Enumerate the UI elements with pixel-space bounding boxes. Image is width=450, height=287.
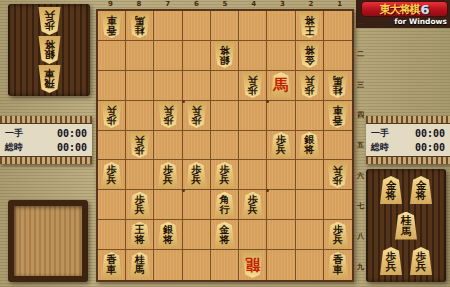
square-8h[interactable]: 王将	[126, 220, 154, 250]
square-9g[interactable]	[98, 190, 126, 220]
square-1h[interactable]: 歩兵	[324, 220, 352, 250]
square-7i[interactable]	[154, 250, 182, 280]
piece-kanji: 香	[107, 25, 117, 35]
piece-桂馬-gote[interactable]: 桂馬	[128, 12, 151, 38]
piece-kanji: 兵	[248, 75, 258, 85]
square-6b[interactable]	[183, 41, 211, 71]
piece-王将-gote[interactable]: 王将	[298, 12, 321, 38]
square-8e[interactable]: 歩兵	[126, 131, 154, 161]
rank-label-6: 六	[355, 161, 366, 191]
piece-歩兵-gote[interactable]: 歩兵	[241, 72, 264, 98]
clock-ornament-top	[366, 116, 450, 124]
piece-kanji: 歩	[333, 175, 343, 185]
square-9a[interactable]: 香車	[98, 11, 126, 41]
piece-kanji: 兵	[416, 261, 427, 272]
square-2e[interactable]: 銀将	[296, 131, 324, 161]
piece-歩兵-gote[interactable]: 歩兵	[185, 102, 208, 128]
total-time-label: 総時	[5, 141, 23, 154]
piece-kanji: 兵	[107, 105, 117, 115]
piece-kanji: 車	[44, 69, 55, 80]
square-7a[interactable]	[154, 11, 182, 41]
square-7h[interactable]: 銀将	[154, 220, 182, 250]
piece-kanji: 桂	[135, 25, 145, 35]
file-label-6: 6	[182, 0, 211, 9]
total-time-label: 総時	[371, 141, 389, 154]
square-9b[interactable]	[98, 41, 126, 71]
square-3f[interactable]	[267, 160, 295, 190]
piece-kanji: 兵	[191, 175, 201, 185]
piece-kanji: 兵	[163, 175, 173, 185]
clock-ornament-bottom	[0, 156, 92, 164]
piece-kanji: 銀	[44, 50, 55, 61]
piece-歩兵-gote[interactable]: 歩兵	[157, 102, 180, 128]
piece-歩兵-sente[interactable]: 歩兵	[157, 162, 180, 188]
piece-kanji: 龍	[245, 258, 260, 273]
file-label-3: 3	[268, 0, 297, 9]
rank-label-7: 七	[355, 191, 366, 221]
move-time-value: 00:00	[57, 128, 87, 139]
square-5c[interactable]	[211, 71, 239, 101]
piece-王将-sente[interactable]: 王将	[128, 222, 151, 248]
square-8f[interactable]	[126, 160, 154, 190]
square-4a[interactable]	[239, 11, 267, 41]
rank-label-5: 五	[355, 130, 366, 160]
square-3i[interactable]	[267, 250, 295, 280]
file-label-9: 9	[96, 0, 125, 9]
piece-kanji: 将	[304, 145, 314, 155]
square-8b[interactable]	[126, 41, 154, 71]
square-1b[interactable]	[324, 41, 352, 71]
app-logo: 東大将棋 6	[361, 1, 448, 17]
piece-歩兵-sente[interactable]: 歩兵	[100, 162, 123, 188]
piece-kanji: 歩	[248, 85, 258, 95]
piece-kanji: 車	[333, 105, 343, 115]
piece-kanji: 香	[333, 115, 343, 125]
piece-銀将-gote[interactable]: 銀将	[37, 36, 62, 64]
square-4e[interactable]	[239, 131, 267, 161]
piece-kanji: 歩	[191, 115, 201, 125]
piece-金将-sente[interactable]: 金将	[213, 222, 236, 248]
piece-歩兵-gote[interactable]: 歩兵	[100, 102, 123, 128]
rank-label-2: 二	[355, 39, 366, 69]
square-6g[interactable]	[183, 190, 211, 220]
piece-box	[8, 200, 88, 282]
piece-kanji: 兵	[163, 105, 173, 115]
piece-kanji: 歩	[107, 115, 117, 125]
piece-香車-sente[interactable]: 香車	[100, 252, 123, 278]
square-4c[interactable]: 歩兵	[239, 71, 267, 101]
file-labels: 987654321	[96, 0, 354, 9]
shogi-board: 香車桂馬王将銀将金将歩兵馬歩兵桂馬歩兵歩兵歩兵香車歩兵歩兵銀将歩兵歩兵歩兵歩兵歩…	[96, 9, 354, 282]
piece-kanji: 行	[219, 205, 229, 215]
piece-歩兵-gote[interactable]: 歩兵	[128, 132, 151, 158]
piece-銀将-sente[interactable]: 銀将	[157, 222, 180, 248]
piece-歩兵-gote[interactable]: 歩兵	[298, 72, 321, 98]
piece-kanji: 車	[107, 15, 117, 25]
square-2f[interactable]	[296, 160, 324, 190]
piece-歩兵-gote[interactable]: 歩兵	[37, 7, 62, 35]
square-5a[interactable]	[211, 11, 239, 41]
square-2c[interactable]: 歩兵	[296, 71, 324, 101]
square-7f[interactable]: 歩兵	[154, 160, 182, 190]
piece-kanji: 将	[416, 190, 427, 201]
square-8g[interactable]: 歩兵	[126, 190, 154, 220]
piece-kanji: 兵	[107, 175, 117, 185]
move-time-value: 00:00	[415, 128, 445, 139]
gote-clock-panel: 一手 00:00 総時 00:00	[0, 116, 92, 164]
square-1f[interactable]: 歩兵	[324, 160, 352, 190]
piece-kanji: 馬	[401, 226, 412, 237]
piece-kanji: 馬	[333, 75, 343, 85]
square-2h[interactable]	[296, 220, 324, 250]
square-2a[interactable]: 王将	[296, 11, 324, 41]
square-3g[interactable]	[267, 190, 295, 220]
app-title: 東大将棋	[379, 4, 419, 15]
square-6d[interactable]: 歩兵	[183, 101, 211, 131]
piece-kanji: 兵	[44, 11, 55, 22]
square-5d[interactable]	[211, 101, 239, 131]
square-9i[interactable]: 香車	[98, 250, 126, 280]
piece-歩兵-sente[interactable]: 歩兵	[326, 222, 349, 248]
piece-歩兵-sente[interactable]: 歩兵	[409, 247, 434, 275]
piece-kanji: 歩	[44, 21, 55, 32]
square-7b[interactable]	[154, 41, 182, 71]
app-subtitle: for Windows	[361, 17, 447, 26]
square-5h[interactable]: 金将	[211, 220, 239, 250]
piece-kanji: 兵	[386, 261, 397, 272]
square-6c[interactable]	[183, 71, 211, 101]
piece-歩兵-gote[interactable]: 歩兵	[326, 162, 349, 188]
piece-kanji: 桂	[401, 215, 412, 226]
piece-龍-gote[interactable]: 龍	[241, 252, 264, 278]
square-7c[interactable]	[154, 71, 182, 101]
gote-hand-tray: 歩兵銀将飛車	[8, 4, 90, 96]
move-time-label: 一手	[371, 127, 389, 140]
piece-box-interior	[14, 206, 82, 276]
total-time-value: 00:00	[415, 142, 445, 153]
rank-label-4: 四	[355, 100, 366, 130]
piece-kanji: 兵	[333, 235, 343, 245]
piece-kanji: 兵	[191, 105, 201, 115]
square-9e[interactable]	[98, 131, 126, 161]
square-3h[interactable]	[267, 220, 295, 250]
piece-kanji: 金	[304, 55, 314, 65]
piece-歩兵-sente[interactable]: 歩兵	[128, 192, 151, 218]
piece-kanji: 将	[304, 45, 314, 55]
piece-歩兵-sente[interactable]: 歩兵	[379, 247, 404, 275]
hand-row: 金将金将	[379, 176, 434, 204]
piece-歩兵-sente[interactable]: 歩兵	[241, 192, 264, 218]
square-3d[interactable]	[267, 101, 295, 131]
square-9h[interactable]	[98, 220, 126, 250]
piece-kanji: 銀	[219, 55, 229, 65]
square-3a[interactable]	[267, 11, 295, 41]
piece-kanji: 馬	[273, 78, 288, 93]
piece-銀将-sente[interactable]: 銀将	[298, 132, 321, 158]
square-8a[interactable]: 桂馬	[126, 11, 154, 41]
piece-kanji: 兵	[135, 205, 145, 215]
file-label-7: 7	[153, 0, 182, 9]
square-6a[interactable]	[183, 11, 211, 41]
square-5i[interactable]	[211, 250, 239, 280]
square-1i[interactable]: 香車	[324, 250, 352, 280]
rank-label-8: 八	[355, 221, 366, 251]
square-7e[interactable]	[154, 131, 182, 161]
square-8i[interactable]: 桂馬	[126, 250, 154, 280]
file-label-8: 8	[125, 0, 154, 9]
file-label-5: 5	[211, 0, 240, 9]
piece-桂馬-sente[interactable]: 桂馬	[394, 212, 419, 240]
piece-kanji: 飛	[44, 79, 55, 90]
square-6f[interactable]: 歩兵	[183, 160, 211, 190]
piece-kanji: 歩	[304, 85, 314, 95]
piece-kanji: 馬	[135, 265, 145, 275]
piece-kanji: 将	[163, 235, 173, 245]
square-3e[interactable]: 歩兵	[267, 131, 295, 161]
square-8c[interactable]	[126, 71, 154, 101]
square-2i[interactable]	[296, 250, 324, 280]
square-1c[interactable]: 桂馬	[324, 71, 352, 101]
square-5e[interactable]	[211, 131, 239, 161]
square-1g[interactable]	[324, 190, 352, 220]
piece-kanji: 馬	[135, 15, 145, 25]
hand-row: 桂馬	[394, 212, 419, 240]
piece-香車-gote[interactable]: 香車	[100, 12, 123, 38]
piece-歩兵-sente[interactable]: 歩兵	[185, 162, 208, 188]
square-1e[interactable]	[324, 131, 352, 161]
total-time-value: 00:00	[57, 142, 87, 153]
move-time-label: 一手	[5, 127, 23, 140]
piece-kanji: 桂	[333, 85, 343, 95]
square-4h[interactable]	[239, 220, 267, 250]
square-2b[interactable]: 金将	[296, 41, 324, 71]
piece-kanji: 歩	[163, 115, 173, 125]
piece-香車-gote[interactable]: 香車	[326, 102, 349, 128]
piece-kanji: 兵	[135, 135, 145, 145]
piece-kanji: 車	[107, 265, 117, 275]
square-4g[interactable]: 歩兵	[239, 190, 267, 220]
piece-kanji: 王	[304, 25, 314, 35]
square-3c[interactable]: 馬	[267, 71, 295, 101]
piece-角行-sente[interactable]: 角行	[213, 192, 236, 218]
file-label-2: 2	[297, 0, 326, 9]
piece-金将-sente[interactable]: 金将	[379, 176, 404, 204]
piece-kanji: 将	[304, 15, 314, 25]
piece-金将-gote[interactable]: 金将	[298, 42, 321, 68]
piece-kanji: 車	[333, 265, 343, 275]
square-9d[interactable]: 歩兵	[98, 101, 126, 131]
square-4b[interactable]	[239, 41, 267, 71]
square-4i[interactable]: 龍	[239, 250, 267, 280]
square-9c[interactable]	[98, 71, 126, 101]
square-9f[interactable]: 歩兵	[98, 160, 126, 190]
piece-桂馬-sente[interactable]: 桂馬	[128, 252, 151, 278]
file-label-4: 4	[239, 0, 268, 9]
square-4d[interactable]	[239, 101, 267, 131]
piece-kanji: 将	[219, 45, 229, 55]
piece-kanji: 将	[44, 40, 55, 51]
piece-kanji: 歩	[135, 145, 145, 155]
square-6e[interactable]	[183, 131, 211, 161]
square-8d[interactable]	[126, 101, 154, 131]
piece-桂馬-gote[interactable]: 桂馬	[326, 72, 349, 98]
square-2g[interactable]	[296, 190, 324, 220]
square-5f[interactable]: 歩兵	[211, 160, 239, 190]
piece-kanji: 将	[219, 235, 229, 245]
piece-銀将-gote[interactable]: 銀将	[213, 42, 236, 68]
rank-labels: 一二三四五六七八九	[355, 9, 366, 282]
square-6h[interactable]	[183, 220, 211, 250]
piece-歩兵-sente[interactable]: 歩兵	[269, 132, 292, 158]
piece-kanji: 兵	[276, 145, 286, 155]
square-7d[interactable]: 歩兵	[154, 101, 182, 131]
piece-歩兵-sente[interactable]: 歩兵	[213, 162, 236, 188]
sente-hand-tray: 金将金将桂馬歩兵歩兵	[366, 169, 446, 282]
clock-ornament-top	[0, 116, 92, 124]
piece-kanji: 将	[386, 190, 397, 201]
rank-label-9: 九	[355, 252, 366, 282]
piece-金将-sente[interactable]: 金将	[409, 176, 434, 204]
sente-clock-panel: 一手 00:00 総時 00:00	[366, 116, 450, 164]
square-5g[interactable]: 角行	[211, 190, 239, 220]
square-7g[interactable]	[154, 190, 182, 220]
rank-label-1: 一	[355, 9, 366, 39]
file-label-1: 1	[325, 0, 354, 9]
hoshi-dot	[182, 100, 185, 103]
piece-飛車-gote[interactable]: 飛車	[37, 65, 62, 93]
piece-kanji: 兵	[248, 205, 258, 215]
square-3b[interactable]	[267, 41, 295, 71]
square-5b[interactable]: 銀将	[211, 41, 239, 71]
piece-kanji: 兵	[304, 75, 314, 85]
square-4f[interactable]	[239, 160, 267, 190]
clock-ornament-bottom	[366, 156, 450, 164]
piece-香車-sente[interactable]: 香車	[326, 252, 349, 278]
piece-kanji: 兵	[333, 165, 343, 175]
square-6i[interactable]	[183, 250, 211, 280]
square-2d[interactable]	[296, 101, 324, 131]
app-version: 6	[420, 3, 429, 16]
piece-馬-sente[interactable]: 馬	[269, 72, 292, 98]
square-1a[interactable]	[324, 11, 352, 41]
piece-kanji: 将	[135, 235, 145, 245]
rank-label-3: 三	[355, 70, 366, 100]
square-1d[interactable]: 香車	[324, 101, 352, 131]
hand-row: 歩兵歩兵	[379, 247, 434, 275]
piece-kanji: 兵	[219, 175, 229, 185]
